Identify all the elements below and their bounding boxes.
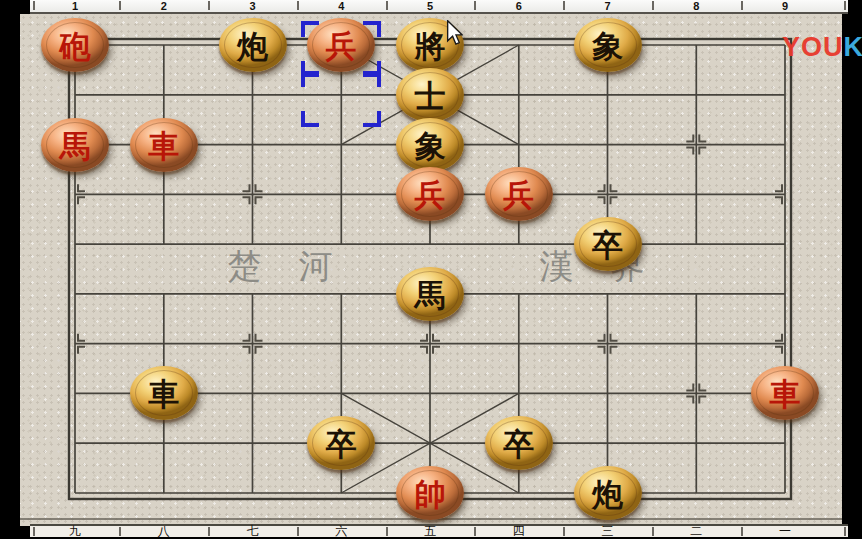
file-label-bottom-7: 三 (588, 526, 628, 537)
youku-watermark: YOUK (782, 32, 862, 63)
file-label-top-4: 4 (321, 0, 361, 12)
file-label-top-8: 8 (676, 0, 716, 12)
ruler-tick (33, 527, 35, 536)
file-label-bottom-3: 七 (233, 526, 273, 537)
ruler-tick (386, 1, 388, 10)
black-chariot[interactable]: 車 (130, 366, 198, 420)
black-advisor[interactable]: 士 (396, 68, 464, 122)
ruler-tick (741, 1, 743, 10)
red-cannon[interactable]: 砲 (41, 18, 109, 72)
ruler-tick (652, 527, 654, 536)
mouse-cursor-icon (446, 20, 463, 50)
ruler-tick (844, 1, 846, 10)
file-label-bottom-9: 一 (765, 526, 805, 537)
watermark-red-letters: YOU (782, 32, 844, 62)
ruler-tick (474, 527, 476, 536)
ruler-tick (563, 527, 565, 536)
black-elephant[interactable]: 象 (574, 18, 642, 72)
file-label-bottom-2: 八 (144, 526, 184, 537)
black-horse[interactable]: 馬 (396, 267, 464, 321)
river-label-chu-he: 楚 河 (188, 246, 372, 286)
black-soldier[interactable]: 卒 (574, 217, 642, 271)
ruler-tick (297, 527, 299, 536)
ruler-tick (297, 1, 299, 10)
red-chariot[interactable]: 車 (130, 118, 198, 172)
ruler-tick (119, 1, 121, 10)
ruler-tick (33, 1, 35, 10)
red-horse[interactable]: 馬 (41, 118, 109, 172)
ruler-tick (386, 527, 388, 536)
file-label-bottom-6: 四 (499, 526, 539, 537)
file-label-top-5: 5 (410, 0, 450, 12)
ruler-tick (208, 527, 210, 536)
file-label-top-9: 9 (765, 0, 805, 12)
ruler-tick (119, 527, 121, 536)
ruler-tick (652, 1, 654, 10)
file-label-bottom-5: 五 (410, 526, 450, 537)
xiangqi-app-frame: 楚 河 漢 界 砲炮兵將象士馬車象兵兵卒馬車車卒卒帥炮 123456789 九八… (0, 0, 862, 539)
file-label-top-3: 3 (233, 0, 273, 12)
ruler-tick (474, 1, 476, 10)
file-label-top-6: 6 (499, 0, 539, 12)
top-ruler: 123456789 (30, 0, 848, 14)
ruler-tick (208, 1, 210, 10)
black-soldier[interactable]: 卒 (485, 416, 553, 470)
ruler-tick (741, 527, 743, 536)
black-elephant[interactable]: 象 (396, 118, 464, 172)
bottom-ruler: 九八七六五四三二一 (30, 524, 848, 537)
file-label-bottom-1: 九 (55, 526, 95, 537)
watermark-blue-letter: K (844, 32, 862, 62)
black-cannon[interactable]: 炮 (219, 18, 287, 72)
ruler-tick (563, 1, 565, 10)
ruler-tick (844, 527, 846, 536)
black-cannon[interactable]: 炮 (574, 466, 642, 520)
file-label-top-2: 2 (144, 0, 184, 12)
red-general[interactable]: 帥 (396, 466, 464, 520)
red-soldier-selected[interactable]: 兵 (307, 18, 375, 72)
file-label-bottom-8: 二 (676, 526, 716, 537)
file-label-top-1: 1 (55, 0, 95, 12)
red-soldier[interactable]: 兵 (396, 167, 464, 221)
file-label-top-7: 7 (588, 0, 628, 12)
red-soldier[interactable]: 兵 (485, 167, 553, 221)
file-label-bottom-4: 六 (321, 526, 361, 537)
